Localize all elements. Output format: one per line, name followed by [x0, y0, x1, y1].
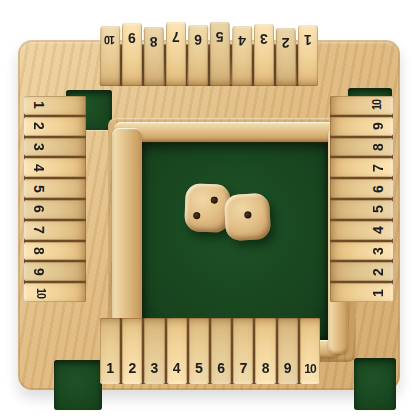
tile-top-10[interactable]: 10: [100, 26, 121, 86]
tile-right-9[interactable]: 9: [330, 117, 393, 136]
tile-number: 9: [32, 268, 46, 276]
tile-number: 10: [35, 287, 47, 297]
tile-top-9[interactable]: 9: [122, 23, 142, 86]
tile-number: 6: [32, 205, 46, 213]
tile-number: 10: [370, 100, 382, 110]
tile-number: 4: [32, 164, 46, 172]
tile-rack-bottom: 12345678910: [100, 318, 320, 384]
tile-number: 10: [304, 363, 315, 375]
tile-number: 2: [128, 361, 136, 375]
tile-number: 4: [238, 34, 246, 48]
tile-number: 7: [239, 361, 247, 375]
tile-top-8[interactable]: 8: [144, 27, 165, 86]
tile-number: 9: [128, 31, 136, 45]
tile-left-1[interactable]: 1: [24, 96, 86, 115]
tile-number: 4: [173, 361, 181, 375]
tile-right-3[interactable]: 3: [330, 242, 393, 261]
tile-right-8[interactable]: 8: [330, 138, 393, 157]
tile-number: 6: [194, 33, 202, 47]
tile-top-7[interactable]: 7: [166, 22, 186, 86]
shut-the-box-photo: 10987654321 12345678910 10987654321 1234…: [0, 0, 416, 416]
tile-left-6[interactable]: 6: [24, 200, 86, 219]
tile-number: 3: [371, 247, 385, 255]
tile-bottom-8[interactable]: 8: [255, 318, 275, 384]
tile-number: 8: [150, 35, 158, 49]
tile-top-6[interactable]: 6: [188, 25, 209, 86]
tile-number: 1: [304, 33, 312, 47]
pip: [244, 211, 251, 218]
tile-left-8[interactable]: 8: [24, 242, 86, 261]
tile-number: 3: [260, 32, 268, 46]
tile-left-2[interactable]: 2: [24, 117, 86, 136]
tile-number: 5: [195, 361, 203, 375]
tile-top-2[interactable]: 2: [276, 28, 297, 86]
tile-right-7[interactable]: 7: [330, 158, 393, 177]
tile-right-1[interactable]: 1: [330, 283, 393, 302]
tile-number: 7: [32, 226, 46, 234]
tile-number: 9: [371, 122, 385, 130]
tile-pivot-rail-top: [114, 122, 340, 142]
tile-left-7[interactable]: 7: [24, 221, 86, 240]
tile-number: 8: [32, 247, 46, 255]
pip: [193, 212, 200, 219]
center-felt: [142, 142, 328, 340]
tile-number: 3: [151, 361, 159, 375]
tile-number: 2: [282, 36, 290, 50]
tile-number: 8: [371, 143, 385, 151]
tile-number: 1: [106, 361, 114, 375]
tile-number: 10: [105, 34, 115, 46]
tile-left-3[interactable]: 3: [24, 138, 86, 157]
tile-bottom-7[interactable]: 7: [233, 318, 253, 384]
tile-bottom-1[interactable]: 1: [100, 318, 120, 384]
tile-number: 3: [32, 143, 46, 151]
tile-top-5[interactable]: 5: [210, 22, 231, 86]
tile-bottom-2[interactable]: 2: [122, 318, 142, 384]
tile-top-3[interactable]: 3: [254, 24, 274, 86]
tile-left-10[interactable]: 10: [24, 283, 86, 302]
tile-left-5[interactable]: 5: [24, 179, 86, 198]
tile-bottom-6[interactable]: 6: [211, 318, 231, 384]
tile-right-6[interactable]: 6: [330, 179, 393, 198]
tile-number: 5: [216, 30, 224, 44]
corner-pocket-bottom-right: [354, 358, 396, 410]
tile-bottom-10[interactable]: 10: [300, 318, 320, 384]
tile-bottom-9[interactable]: 9: [278, 318, 298, 384]
die-showing-1[interactable]: [224, 193, 271, 241]
tile-number: 2: [32, 122, 46, 130]
tile-number: 6: [217, 361, 225, 375]
corner-pocket-bottom-left: [54, 360, 102, 410]
tile-right-2[interactable]: 2: [330, 262, 393, 281]
tile-left-4[interactable]: 4: [24, 158, 86, 177]
tile-bottom-5[interactable]: 5: [189, 318, 209, 384]
tile-number: 6: [371, 185, 385, 193]
tile-right-4[interactable]: 4: [330, 221, 393, 240]
tile-bottom-3[interactable]: 3: [144, 318, 164, 384]
tile-number: 7: [371, 164, 385, 172]
tile-top-4[interactable]: 4: [232, 26, 253, 86]
tile-top-1[interactable]: 1: [298, 25, 318, 86]
tile-left-9[interactable]: 9: [24, 262, 86, 281]
tile-rack-right: 10987654321: [330, 96, 393, 302]
tile-number: 4: [371, 226, 385, 234]
tile-number: 8: [262, 361, 270, 375]
tile-number: 5: [371, 205, 385, 213]
tile-rack-top: 10987654321: [100, 22, 318, 86]
tile-number: 1: [371, 289, 385, 297]
pip: [210, 196, 217, 203]
tile-number: 2: [371, 268, 385, 276]
tile-rack-left: 12345678910: [24, 96, 86, 302]
tile-number: 9: [284, 361, 292, 375]
tile-number: 1: [32, 101, 46, 109]
tile-right-10[interactable]: 10: [330, 96, 393, 115]
tile-right-5[interactable]: 5: [330, 200, 393, 219]
tile-bottom-4[interactable]: 4: [167, 318, 187, 384]
tile-number: 7: [172, 30, 180, 44]
tile-number: 5: [32, 185, 46, 193]
